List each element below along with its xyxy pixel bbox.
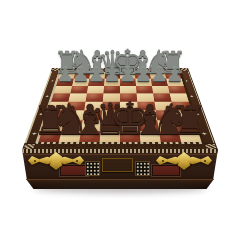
square-e4	[120, 102, 138, 111]
border-plaquette	[143, 144, 159, 148]
brass-clasp-left-icon	[28, 151, 84, 171]
square-b4	[66, 102, 85, 111]
square-b2	[62, 120, 83, 131]
square-d7	[104, 79, 120, 86]
corner-mosaic	[180, 68, 188, 71]
square-g1	[159, 131, 181, 142]
square-f1	[139, 131, 160, 142]
corner-mosaic	[23, 144, 35, 150]
square-g2	[157, 120, 178, 131]
square-b1	[59, 131, 81, 142]
board-squares	[38, 72, 201, 142]
square-d4	[102, 102, 120, 111]
square-f2	[139, 120, 159, 131]
border-inlay-icon: ✦	[194, 113, 202, 117]
square-b8	[74, 72, 90, 79]
border-plaquette	[102, 144, 118, 148]
square-b7	[72, 79, 89, 86]
border-inlay-icon: ✦	[43, 95, 50, 98]
border-plaquette	[81, 144, 97, 148]
square-b5	[68, 93, 86, 101]
square-d8	[105, 72, 120, 79]
square-f3	[138, 111, 157, 121]
square-h2	[176, 120, 198, 131]
square-g7	[151, 79, 168, 86]
square-e5	[120, 93, 137, 101]
square-b6	[70, 86, 88, 94]
square-f4	[137, 102, 156, 111]
square-h6	[168, 86, 186, 94]
square-c2	[81, 120, 101, 131]
square-a5	[51, 93, 70, 101]
mosaic-medallion-left	[85, 161, 100, 176]
border-inlay-icon: ✦	[92, 69, 98, 72]
square-c6	[87, 86, 104, 94]
square-e1	[120, 131, 140, 142]
border-plaquette	[60, 144, 77, 148]
square-g8	[150, 72, 166, 79]
brass-clasp-right-icon	[156, 151, 212, 171]
border-inlay-icon: ✦	[30, 132, 39, 137]
square-g3	[156, 111, 176, 121]
square-d6	[103, 86, 120, 94]
square-h7	[166, 79, 184, 86]
square-f7	[135, 79, 152, 86]
square-h1	[178, 131, 201, 142]
square-f8	[135, 72, 151, 79]
square-h5	[170, 93, 189, 101]
square-d3	[101, 111, 120, 121]
square-d1	[100, 131, 120, 142]
border-plaquette	[39, 144, 56, 148]
border-inlay-icon: ✦	[200, 132, 209, 137]
border-plaquette	[163, 144, 180, 148]
product-photo: ✦✦✦✦✦✦✦✦✦✦✦ ♜♞♝♛♚♝♞♜♟♟♟♟♟♟♟♟♟♟♟♟♟♟♟♟♜♞♝♛…	[0, 0, 240, 240]
box-front	[22, 149, 218, 180]
square-c4	[84, 102, 103, 111]
brass-plaque	[102, 158, 133, 172]
corner-mosaic	[52, 68, 60, 71]
shadow	[34, 183, 206, 193]
border-inlay-icon: ✦	[49, 80, 56, 83]
square-e3	[120, 111, 139, 121]
mosaic-medallion-right	[135, 161, 150, 176]
square-e6	[120, 86, 137, 94]
square-h4	[172, 102, 192, 111]
border-inlay-icon: ✦	[188, 95, 195, 98]
square-g6	[152, 86, 170, 94]
border-inlay-icon: ✦	[148, 69, 154, 72]
square-c8	[89, 72, 105, 79]
square-h3	[174, 111, 195, 121]
square-c3	[83, 111, 102, 121]
square-d5	[103, 93, 120, 101]
square-c7	[88, 79, 105, 86]
square-f5	[137, 93, 155, 101]
border-inlay-icon: ✦	[120, 69, 125, 72]
square-g4	[154, 102, 173, 111]
square-g5	[153, 93, 171, 101]
square-b3	[64, 111, 84, 121]
square-e2	[120, 120, 139, 131]
border-plaquette	[184, 144, 201, 148]
square-c5	[86, 93, 104, 101]
square-d2	[101, 120, 120, 131]
square-f6	[136, 86, 153, 94]
chess-board: ✦✦✦✦✦✦✦✦✦✦✦	[22, 68, 218, 150]
square-e7	[120, 79, 136, 86]
square-e8	[120, 72, 135, 79]
square-c1	[79, 131, 100, 142]
border-plaquette	[122, 144, 138, 148]
square-h8	[165, 72, 182, 79]
corner-mosaic	[205, 144, 217, 150]
border-inlay-icon: ✦	[183, 80, 190, 83]
border-inlay-icon: ✦	[37, 113, 45, 117]
